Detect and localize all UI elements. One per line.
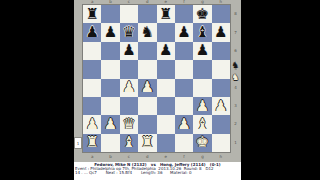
- square-e3: [157, 97, 175, 115]
- rank-label: 7: [231, 31, 240, 35]
- rank-label: 3: [231, 104, 240, 108]
- square-b1: [101, 134, 119, 152]
- black-knight: ♞: [141, 25, 154, 40]
- white-pawn: ♟: [214, 98, 227, 113]
- square-a2: ♟: [83, 115, 101, 133]
- black-pawn: ♟: [122, 43, 135, 58]
- square-b2: ♟: [101, 115, 119, 133]
- white-pawn: ♟: [141, 80, 154, 95]
- square-e1: [157, 134, 175, 152]
- rank-label: 1: [231, 141, 240, 145]
- square-e6: ♟: [157, 42, 175, 60]
- white-rook: ♜: [85, 135, 98, 150]
- square-b6: [101, 42, 119, 60]
- black-rook: ♜: [159, 6, 172, 21]
- square-h5: [212, 60, 230, 78]
- white-pawn: ♟: [177, 116, 190, 131]
- square-b4: [101, 79, 119, 97]
- square-f6: [175, 42, 193, 60]
- square-c8: [120, 5, 138, 23]
- square-g5: [193, 60, 211, 78]
- square-e4: [157, 79, 175, 97]
- black-pawn: ♟: [159, 43, 172, 58]
- square-b5: [101, 60, 119, 78]
- square-d8: [138, 5, 156, 23]
- rank-label: 6: [231, 49, 240, 53]
- square-g1: ♚: [193, 134, 211, 152]
- square-g3: ♟: [193, 97, 211, 115]
- rank-1-marker: 1: [74, 137, 82, 149]
- square-g6: ♟: [193, 42, 211, 60]
- square-e7: [157, 23, 175, 41]
- white-pawn: ♟: [85, 116, 98, 131]
- square-b7: ♟: [101, 23, 119, 41]
- square-h6: [212, 42, 230, 60]
- square-g7: ♝: [193, 23, 211, 41]
- square-c4: ♟: [120, 79, 138, 97]
- square-d4: ♟: [138, 79, 156, 97]
- white-queen: ♛: [122, 116, 135, 131]
- rank-label: 8: [231, 12, 240, 16]
- rank-label: 2: [231, 122, 240, 126]
- square-h7: ♟: [212, 23, 230, 41]
- black-pawn: ♟: [177, 25, 190, 40]
- square-f7: ♟: [175, 23, 193, 41]
- square-c1: ♝: [120, 134, 138, 152]
- square-h3: ♟: [212, 97, 230, 115]
- game-info-box: Fedorov, Mike N (2132) vs Hong, Jeffery …: [74, 162, 241, 180]
- chess-board-panel: abcdefgh ♜♜♚♟♟♛♞♟♝♟♟♟♟♟♟♟♟♟♟♛♟♝♜♝♜♚ 8765…: [74, 0, 241, 180]
- square-f1: [175, 134, 193, 152]
- square-d7: ♞: [138, 23, 156, 41]
- black-bishop: ♝: [196, 25, 209, 40]
- square-f3: [175, 97, 193, 115]
- move-line: 14 . ... Qc7 Next : 15.Bf4 Length: 36 Ma…: [74, 171, 241, 175]
- square-f8: [175, 5, 193, 23]
- black-rook: ♜: [85, 6, 98, 21]
- captured-pieces-tray: ♞♞: [230, 60, 241, 83]
- black-pawn: ♟: [104, 25, 117, 40]
- black-king: ♚: [196, 6, 209, 21]
- rank-label: 4: [231, 86, 240, 90]
- square-d1: ♜: [138, 134, 156, 152]
- black-queen: ♛: [122, 25, 135, 40]
- square-d6: [138, 42, 156, 60]
- square-c3: [120, 97, 138, 115]
- white-pawn: ♟: [122, 80, 135, 95]
- square-g2: ♝: [193, 115, 211, 133]
- square-a1: ♜: [83, 134, 101, 152]
- square-f2: ♟: [175, 115, 193, 133]
- square-a8: ♜: [83, 5, 101, 23]
- chess-board: ♜♜♚♟♟♛♞♟♝♟♟♟♟♟♟♟♟♟♟♛♟♝♜♝♜♚: [83, 5, 230, 152]
- video-frame: abcdefgh ♜♜♚♟♟♛♞♟♝♟♟♟♟♟♟♟♟♟♟♛♟♝♜♝♜♚ 8765…: [0, 0, 320, 180]
- square-g8: ♚: [193, 5, 211, 23]
- square-a6: [83, 42, 101, 60]
- square-g4: [193, 79, 211, 97]
- white-bishop: ♝: [196, 116, 209, 131]
- white-pawn: ♟: [196, 98, 209, 113]
- captured-white-knight-icon: ♞: [230, 72, 241, 84]
- square-a7: ♟: [83, 23, 101, 41]
- square-e8: ♜: [157, 5, 175, 23]
- square-h2: [212, 115, 230, 133]
- square-f5: [175, 60, 193, 78]
- square-e5: [157, 60, 175, 78]
- captured-black-knight-icon: ♞: [230, 60, 241, 72]
- square-a4: [83, 79, 101, 97]
- square-b8: [101, 5, 119, 23]
- square-c2: ♛: [120, 115, 138, 133]
- square-a5: [83, 60, 101, 78]
- square-b3: [101, 97, 119, 115]
- white-rook: ♜: [141, 135, 154, 150]
- white-king: ♚: [196, 135, 209, 150]
- black-pawn: ♟: [196, 43, 209, 58]
- square-a3: [83, 97, 101, 115]
- white-bishop: ♝: [122, 135, 135, 150]
- square-d3: [138, 97, 156, 115]
- square-d5: [138, 60, 156, 78]
- black-pawn: ♟: [85, 25, 98, 40]
- square-h8: [212, 5, 230, 23]
- square-f4: [175, 79, 193, 97]
- black-pawn: ♟: [214, 25, 227, 40]
- white-pawn: ♟: [104, 116, 117, 131]
- square-h4: [212, 79, 230, 97]
- square-c7: ♛: [120, 23, 138, 41]
- square-d2: [138, 115, 156, 133]
- square-e2: [157, 115, 175, 133]
- square-c6: ♟: [120, 42, 138, 60]
- square-c5: [120, 60, 138, 78]
- square-h1: [212, 134, 230, 152]
